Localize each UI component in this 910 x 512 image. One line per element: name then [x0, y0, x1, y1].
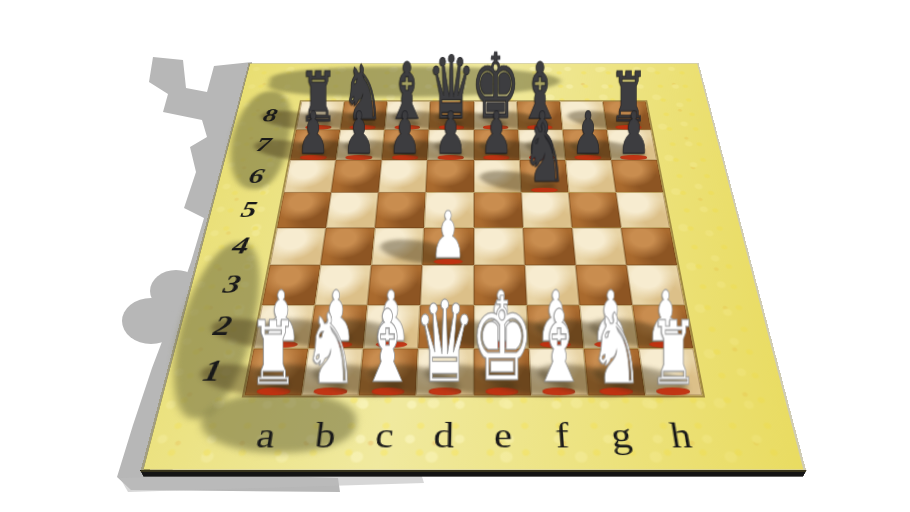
file-label-g: g: [589, 409, 655, 464]
square-g1[interactable]: ♞: [583, 348, 645, 395]
piece-white-knight-b1[interactable]: ♞: [303, 300, 357, 397]
square-f6[interactable]: ♞: [519, 160, 568, 192]
square-b5[interactable]: [326, 193, 379, 228]
square-a4[interactable]: [270, 228, 326, 265]
piece-black-pawn-g7[interactable]: ♟: [572, 103, 604, 161]
file-label-c: c: [352, 409, 415, 464]
square-b4[interactable]: [321, 228, 376, 265]
piece-black-pawn-e7[interactable]: ♟: [480, 103, 512, 161]
rank-label-7: 7: [236, 130, 291, 160]
piece-white-king-e1[interactable]: ♚: [470, 282, 534, 397]
piece-white-rook-h1[interactable]: ♜: [650, 309, 699, 397]
square-h4[interactable]: [621, 228, 677, 265]
rank-label-2: 2: [189, 305, 256, 348]
square-d1[interactable]: ♛: [416, 348, 473, 395]
square-f4[interactable]: [523, 228, 576, 265]
square-g4[interactable]: [572, 228, 627, 265]
file-labels: abcdefgh: [231, 409, 715, 464]
rank-label-5: 5: [219, 193, 278, 228]
piece-white-rook-a1[interactable]: ♜: [248, 309, 297, 397]
square-h5[interactable]: [616, 193, 670, 228]
board-front-edge: [140, 470, 807, 477]
square-a5[interactable]: [277, 193, 331, 228]
piece-black-knight-f6[interactable]: ♞: [523, 114, 567, 194]
square-h7[interactable]: ♟: [607, 130, 657, 160]
square-f1[interactable]: ♝: [528, 348, 587, 395]
piece-black-pawn-c7[interactable]: ♟: [389, 103, 421, 161]
piece-white-pawn-d4[interactable]: ♟: [430, 202, 466, 267]
squares-grid: ♜♞♝♛♚♝♜♟♟♟♟♟♟♟♟♞♟♟♟♟♟♟♟♟♜♞♝♛♚♝♞♜: [244, 101, 702, 395]
square-b6[interactable]: [331, 160, 382, 192]
square-f5[interactable]: [521, 193, 572, 228]
file-label-e: e: [473, 409, 534, 464]
rank-label-8: 8: [244, 101, 297, 130]
square-g6[interactable]: [565, 160, 616, 192]
piece-black-pawn-b7[interactable]: ♟: [343, 103, 375, 161]
square-g5[interactable]: [568, 193, 620, 228]
file-label-h: h: [647, 409, 716, 464]
square-d6[interactable]: [426, 160, 473, 192]
square-d4[interactable]: ♟: [423, 228, 474, 265]
square-c6[interactable]: [379, 160, 428, 192]
piece-black-pawn-a7[interactable]: ♟: [297, 103, 329, 161]
square-a6[interactable]: [284, 160, 336, 192]
square-c5[interactable]: [375, 193, 426, 228]
file-label-d: d: [413, 409, 474, 464]
file-label-f: f: [531, 409, 594, 464]
scene-3d-chess-model: ♜♞♝♛♚♝♜♟♟♟♟♟♟♟♟♞♟♟♟♟♟♟♟♟♜♞♝♛♚♝♞♜ abcdefg…: [0, 0, 910, 512]
square-b1[interactable]: ♞: [302, 348, 364, 395]
square-d7[interactable]: ♟: [428, 130, 474, 160]
perspective-scene: ♜♞♝♛♚♝♜♟♟♟♟♟♟♟♟♞♟♟♟♟♟♟♟♟♜♞♝♛♚♝♞♜ abcdefg…: [0, 0, 910, 512]
piece-white-knight-g1[interactable]: ♞: [590, 300, 644, 397]
square-c1[interactable]: ♝: [359, 348, 419, 395]
chess-board: ♜♞♝♛♚♝♜♟♟♟♟♟♟♟♟♞♟♟♟♟♟♟♟♟♜♞♝♛♚♝♞♜ abcdefg…: [143, 64, 803, 470]
piece-black-pawn-h7[interactable]: ♟: [618, 103, 650, 161]
piece-white-bishop-f1[interactable]: ♝: [532, 297, 587, 397]
piece-white-bishop-c1[interactable]: ♝: [360, 297, 415, 397]
square-e1[interactable]: ♚: [473, 348, 530, 395]
square-h1[interactable]: ♜: [638, 348, 702, 395]
file-label-a: a: [231, 409, 300, 464]
piece-black-pawn-d7[interactable]: ♟: [434, 103, 466, 161]
square-e4[interactable]: [473, 228, 524, 265]
piece-white-queen-d1[interactable]: ♛: [414, 285, 476, 397]
square-e5[interactable]: [474, 193, 523, 228]
square-h6[interactable]: [611, 160, 663, 192]
square-e7[interactable]: ♟: [474, 130, 520, 160]
file-label-b: b: [292, 409, 358, 464]
